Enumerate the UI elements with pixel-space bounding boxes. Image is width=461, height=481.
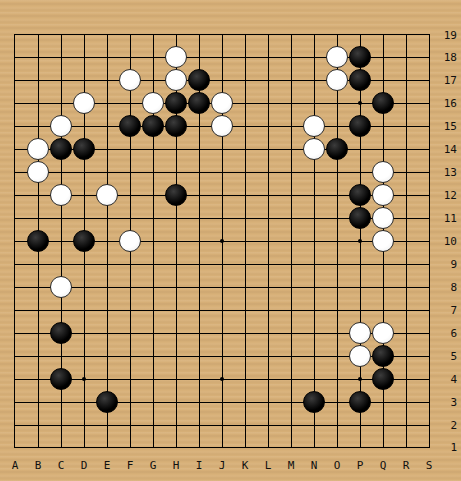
column-label: B <box>30 459 46 472</box>
white-stone <box>50 115 72 137</box>
black-stone <box>73 138 95 160</box>
column-label: N <box>306 459 322 472</box>
white-stone <box>142 92 164 114</box>
white-stone <box>73 92 95 114</box>
grid-line-horizontal <box>15 287 429 288</box>
white-stone <box>165 46 187 68</box>
black-stone <box>50 368 72 390</box>
white-stone <box>349 345 371 367</box>
black-stone <box>188 92 210 114</box>
column-label: H <box>168 459 184 472</box>
star-point <box>358 239 362 243</box>
white-stone <box>119 230 141 252</box>
white-stone <box>372 207 394 229</box>
column-label: K <box>237 459 253 472</box>
column-label: C <box>53 459 69 472</box>
white-stone <box>27 138 49 160</box>
row-label: 2 <box>435 419 457 432</box>
row-label: 3 <box>435 396 457 409</box>
column-label: Q <box>375 459 391 472</box>
white-stone <box>326 69 348 91</box>
black-stone <box>96 391 118 413</box>
star-point <box>82 377 86 381</box>
row-label: 15 <box>435 120 457 133</box>
white-stone <box>372 322 394 344</box>
black-stone <box>165 92 187 114</box>
row-label: 14 <box>435 143 457 156</box>
row-label: 1 <box>435 441 457 454</box>
white-stone <box>372 230 394 252</box>
black-stone <box>349 391 371 413</box>
black-stone <box>349 46 371 68</box>
row-label: 4 <box>435 373 457 386</box>
white-stone <box>50 184 72 206</box>
row-label: 12 <box>435 189 457 202</box>
black-stone <box>303 391 325 413</box>
black-stone <box>372 92 394 114</box>
grid-line-horizontal <box>15 172 429 173</box>
black-stone <box>349 184 371 206</box>
row-label: 18 <box>435 51 457 64</box>
row-label: 10 <box>435 235 457 248</box>
black-stone <box>27 230 49 252</box>
column-label: O <box>329 459 345 472</box>
black-stone <box>349 207 371 229</box>
black-stone <box>349 115 371 137</box>
black-stone <box>372 368 394 390</box>
row-label: 16 <box>435 97 457 110</box>
grid-line-horizontal <box>15 264 429 265</box>
column-label: F <box>122 459 138 472</box>
column-label: R <box>398 459 414 472</box>
column-label: D <box>76 459 92 472</box>
white-stone <box>27 161 49 183</box>
row-label: 9 <box>435 258 457 271</box>
white-stone <box>165 69 187 91</box>
star-point <box>220 377 224 381</box>
white-stone <box>349 322 371 344</box>
grid-line-horizontal <box>15 425 429 426</box>
white-stone <box>211 92 233 114</box>
white-stone <box>303 115 325 137</box>
column-label: J <box>214 459 230 472</box>
black-stone <box>50 322 72 344</box>
black-stone <box>165 115 187 137</box>
column-label: A <box>7 459 23 472</box>
row-label: 6 <box>435 327 457 340</box>
star-point <box>358 377 362 381</box>
white-stone <box>50 276 72 298</box>
white-stone <box>211 115 233 137</box>
star-point <box>358 101 362 105</box>
row-label: 7 <box>435 304 457 317</box>
black-stone <box>165 184 187 206</box>
go-board-screenshot: ABCDEFGHIJKLMNOPQRS191817161514131211109… <box>0 0 461 481</box>
black-stone <box>73 230 95 252</box>
row-label: 19 <box>435 29 457 42</box>
star-point <box>220 239 224 243</box>
column-label: E <box>99 459 115 472</box>
black-stone <box>119 115 141 137</box>
white-stone <box>119 69 141 91</box>
column-label: S <box>421 459 437 472</box>
white-stone <box>96 184 118 206</box>
grid-line-horizontal <box>15 310 429 311</box>
white-stone <box>372 184 394 206</box>
column-label: P <box>352 459 368 472</box>
black-stone <box>142 115 164 137</box>
black-stone <box>326 138 348 160</box>
black-stone <box>50 138 72 160</box>
white-stone <box>326 46 348 68</box>
white-stone <box>303 138 325 160</box>
column-label: L <box>260 459 276 472</box>
white-stone <box>372 161 394 183</box>
row-label: 11 <box>435 212 457 225</box>
column-label: M <box>283 459 299 472</box>
row-label: 13 <box>435 166 457 179</box>
row-label: 5 <box>435 350 457 363</box>
black-stone <box>372 345 394 367</box>
column-label: I <box>191 459 207 472</box>
black-stone <box>349 69 371 91</box>
column-label: G <box>145 459 161 472</box>
black-stone <box>188 69 210 91</box>
row-label: 17 <box>435 74 457 87</box>
row-label: 8 <box>435 281 457 294</box>
